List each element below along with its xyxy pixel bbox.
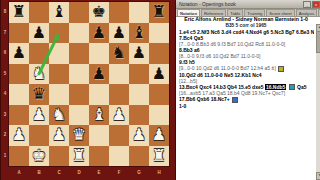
square-b4[interactable]: ♛	[29, 84, 49, 105]
scroll-down-icon[interactable]: ▼	[316, 172, 320, 180]
chess-program-screen: ♜♝♚♜♟♟♟♝♟♞♟♞♟♟♛♟♞♝♟♟♟♛♟♟♚♜♜ 87654321 ABC…	[0, 0, 320, 180]
square-c6[interactable]	[49, 43, 69, 64]
square-h1[interactable]: ♜	[149, 146, 169, 167]
rank-label-8: 8	[2, 2, 8, 23]
scroll-thumb[interactable]	[316, 31, 320, 53]
square-c8[interactable]: ♝	[49, 2, 69, 23]
black-pawn-piece[interactable]: ♟	[92, 23, 106, 43]
square-a3[interactable]	[9, 105, 29, 126]
black-king-piece[interactable]: ♚	[92, 2, 106, 22]
square-g1[interactable]	[129, 146, 149, 167]
white-pawn-piece[interactable]: ♟	[12, 125, 26, 145]
file-label-c: C	[49, 168, 69, 178]
file-label-e: E	[89, 168, 109, 178]
square-b7[interactable]: ♟	[29, 23, 49, 44]
square-c4[interactable]	[49, 84, 69, 105]
square-g2[interactable]: ♟	[129, 125, 149, 146]
game-players: Eric Alfons Arnlind - Sidney Norman Bern…	[176, 17, 316, 23]
white-pawn-piece[interactable]: ♟	[152, 125, 166, 145]
square-d1[interactable]: ♜	[69, 146, 89, 167]
white-rook-piece[interactable]: ♜	[152, 146, 166, 166]
game-result[interactable]: 1-0	[179, 103, 314, 109]
rank-label-7: 7	[2, 23, 8, 44]
square-h3[interactable]	[149, 105, 169, 126]
file-label-h: H	[149, 168, 169, 178]
square-a6[interactable]: ♟	[9, 43, 29, 64]
square-g6[interactable]: ♟	[129, 43, 149, 64]
square-g5[interactable]	[129, 64, 149, 85]
square-f2[interactable]	[109, 125, 129, 146]
square-g4[interactable]	[129, 84, 149, 105]
notation-panel: Notation - Openings book _ x NotationRef…	[175, 0, 320, 180]
square-h7[interactable]	[149, 23, 169, 44]
black-bishop-piece[interactable]: ♝	[132, 23, 146, 43]
square-b2[interactable]	[29, 125, 49, 146]
square-e8[interactable]: ♚	[89, 2, 109, 23]
tab-training[interactable]: Training	[244, 9, 265, 17]
board-window: ♜♝♚♜♟♟♟♝♟♞♟♞♟♟♛♟♞♝♟♟♟♛♟♟♚♜♜ 87654321 ABC…	[0, 0, 176, 180]
square-h8[interactable]: ♜	[149, 2, 169, 23]
square-d8[interactable]	[69, 2, 89, 23]
scrollbar[interactable]: ▲ ▼	[316, 24, 320, 180]
square-c3[interactable]: ♞	[49, 105, 69, 126]
white-knight-piece[interactable]: ♞	[32, 64, 46, 84]
tab-reference[interactable]: Reference	[201, 9, 226, 17]
square-e3[interactable]: ♝	[89, 105, 109, 126]
file-label-b: B	[29, 168, 49, 178]
minimize-button[interactable]: _	[303, 1, 311, 8]
black-rook-piece[interactable]: ♜	[152, 2, 166, 22]
black-pawn-piece[interactable]: ♟	[92, 64, 106, 84]
square-g7[interactable]: ♝	[129, 23, 149, 44]
square-f4[interactable]	[109, 84, 129, 105]
white-pawn-piece[interactable]: ♟	[112, 105, 126, 125]
rank-label-4: 4	[2, 84, 8, 105]
square-d4[interactable]	[69, 84, 89, 105]
square-a1[interactable]	[9, 146, 29, 167]
square-a5[interactable]	[9, 64, 29, 85]
square-h2[interactable]: ♟	[149, 125, 169, 146]
square-a8[interactable]: ♜	[9, 2, 29, 23]
file-label-d: D	[69, 168, 89, 178]
white-rook-piece[interactable]: ♜	[72, 146, 86, 166]
square-c5[interactable]	[49, 64, 69, 85]
white-queen-piece[interactable]: ♛	[72, 125, 86, 145]
square-d6[interactable]	[69, 43, 89, 64]
square-b8[interactable]	[29, 2, 49, 23]
game-event: B35 5 corr ol 1965	[176, 23, 316, 29]
rank-label-6: 6	[2, 43, 8, 64]
rank-label-2: 2	[2, 125, 8, 146]
square-h6[interactable]	[149, 43, 169, 64]
white-pawn-piece[interactable]: ♟	[32, 105, 46, 125]
move-line[interactable]: 17.Bb6 Qxb6 18.Nc7+	[179, 96, 314, 103]
square-f8[interactable]	[109, 2, 129, 23]
square-e7[interactable]: ♟	[89, 23, 109, 44]
rank-label-1: 1	[2, 146, 8, 167]
current-move-highlight: 16.Ndb5	[265, 84, 286, 90]
rank-label-3: 3	[2, 105, 8, 126]
close-icon[interactable]: x	[312, 1, 320, 8]
black-knight-piece[interactable]: ♞	[112, 43, 126, 63]
annotation-icon	[289, 84, 295, 90]
square-f5[interactable]	[109, 64, 129, 85]
square-c1[interactable]	[49, 146, 69, 167]
square-f7[interactable]: ♟	[109, 23, 129, 44]
panel-title: Notation - Openings book	[176, 1, 303, 7]
file-label-g: G	[129, 168, 149, 178]
square-b5[interactable]: ♞	[29, 64, 49, 85]
annotation-icon	[232, 97, 238, 103]
black-queen-piece[interactable]: ♛	[32, 84, 46, 104]
white-pawn-piece[interactable]: ♟	[132, 125, 146, 145]
move-line[interactable]: [9...0-0 10.Qd2 d6 11.0-0-0 Bd7 12.h4 a5…	[179, 65, 314, 72]
square-c2[interactable]: ♟	[49, 125, 69, 146]
square-h5[interactable]: ♟	[149, 64, 169, 85]
square-b6[interactable]	[29, 43, 49, 64]
square-h4[interactable]	[149, 84, 169, 105]
square-a2[interactable]: ♟	[9, 125, 29, 146]
notation-moves: 1.e4 c5 2.Nf3 Nc6 3.d4 cxd4 4.Nxd4 g6 5.…	[179, 29, 314, 109]
tab-table[interactable]: Table	[227, 9, 243, 17]
black-pawn-piece[interactable]: ♟	[112, 23, 126, 43]
black-bishop-piece[interactable]: ♝	[52, 2, 66, 22]
tab-notation[interactable]: Notation	[177, 9, 200, 17]
file-label-a: A	[9, 168, 29, 178]
square-c7[interactable]	[49, 23, 69, 44]
square-f1[interactable]	[109, 146, 129, 167]
white-king-piece[interactable]: ♚	[32, 146, 46, 166]
tab-analysis[interactable]: Analysis	[296, 9, 318, 17]
white-knight-piece[interactable]: ♞	[52, 105, 66, 125]
black-pawn-piece[interactable]: ♟	[152, 64, 166, 84]
file-label-f: F	[109, 168, 129, 178]
square-f6[interactable]: ♞	[109, 43, 129, 64]
black-pawn-piece[interactable]: ♟	[132, 43, 146, 63]
annotation-icon	[278, 66, 284, 72]
move-line[interactable]: 13.Bxc4 Qxc4 14.b3 Qb4 15.e5 dxe5 16.Ndb…	[179, 84, 314, 91]
square-e1[interactable]	[89, 146, 109, 167]
square-e6[interactable]	[89, 43, 109, 64]
square-b3[interactable]: ♟	[29, 105, 49, 126]
square-a4[interactable]	[9, 84, 29, 105]
square-d3[interactable]	[69, 105, 89, 126]
square-d5[interactable]	[69, 64, 89, 85]
square-f3[interactable]: ♟	[109, 105, 129, 126]
square-b1[interactable]: ♚	[29, 146, 49, 167]
square-d2[interactable]: ♛	[69, 125, 89, 146]
game-header: Eric Alfons Arnlind - Sidney Norman Bern…	[176, 17, 316, 28]
square-e5[interactable]: ♟	[89, 64, 109, 85]
square-e4[interactable]	[89, 84, 109, 105]
square-g8[interactable]	[129, 2, 149, 23]
square-g3[interactable]	[129, 105, 149, 126]
square-e2[interactable]	[89, 125, 109, 146]
black-rook-piece[interactable]: ♜	[12, 2, 26, 22]
black-pawn-piece[interactable]: ♟	[12, 43, 26, 63]
rank-label-5: 5	[2, 64, 8, 85]
white-bishop-piece[interactable]: ♝	[92, 105, 106, 125]
square-a7[interactable]	[9, 23, 29, 44]
black-pawn-piece[interactable]: ♟	[32, 23, 46, 43]
tab-score-sheet[interactable]: Score sheet	[266, 9, 294, 17]
chess-board[interactable]: ♜♝♚♜♟♟♟♝♟♞♟♞♟♟♛♟♞♝♟♟♟♛♟♟♚♜♜	[9, 2, 169, 166]
white-pawn-piece[interactable]: ♟	[52, 125, 66, 145]
square-d7[interactable]	[69, 23, 89, 44]
